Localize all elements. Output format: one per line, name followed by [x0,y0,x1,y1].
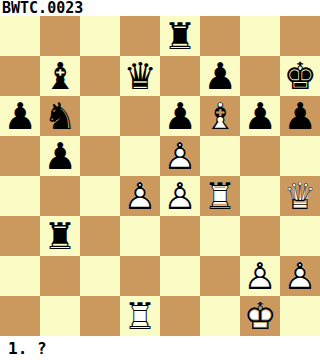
square-a1[interactable] [0,296,40,336]
square-c6[interactable] [80,96,120,136]
square-d7[interactable]: ♛ [120,56,160,96]
square-f3[interactable] [200,216,240,256]
white-rook: ♜♖ [120,296,160,336]
square-a7[interactable] [0,56,40,96]
black-pawn: ♟ [40,136,80,176]
square-b4[interactable] [40,176,80,216]
square-c3[interactable] [80,216,120,256]
square-f6[interactable]: ♝♗ [200,96,240,136]
square-a8[interactable] [0,16,40,56]
square-h6[interactable]: ♟ [280,96,320,136]
square-e8[interactable]: ♜ [160,16,200,56]
white-pawn: ♟♙ [280,256,320,296]
square-b5[interactable]: ♟ [40,136,80,176]
square-d4[interactable]: ♟♙ [120,176,160,216]
square-c4[interactable] [80,176,120,216]
square-d6[interactable] [120,96,160,136]
square-b2[interactable] [40,256,80,296]
black-king: ♚ [280,56,320,96]
white-pawn: ♟♙ [160,176,200,216]
black-pawn: ♟ [200,56,240,96]
square-g1[interactable]: ♚♔ [240,296,280,336]
white-pawn: ♟♙ [240,256,280,296]
puzzle-id-label: BWTC.0023 [0,0,320,16]
square-g8[interactable] [240,16,280,56]
square-f7[interactable]: ♟ [200,56,240,96]
square-e7[interactable] [160,56,200,96]
white-king: ♚♔ [240,296,280,336]
square-c5[interactable] [80,136,120,176]
square-b8[interactable] [40,16,80,56]
square-d8[interactable] [120,16,160,56]
square-h1[interactable] [280,296,320,336]
square-a5[interactable] [0,136,40,176]
black-queen: ♛ [120,56,160,96]
square-h8[interactable] [280,16,320,56]
square-e4[interactable]: ♟♙ [160,176,200,216]
square-f8[interactable] [200,16,240,56]
square-f2[interactable] [200,256,240,296]
square-c1[interactable] [80,296,120,336]
square-e3[interactable] [160,216,200,256]
square-d5[interactable] [120,136,160,176]
square-g4[interactable] [240,176,280,216]
black-rook: ♜ [40,216,80,256]
white-pawn: ♟♙ [120,176,160,216]
square-c2[interactable] [80,256,120,296]
black-rook: ♜ [160,16,200,56]
black-pawn: ♟ [0,96,40,136]
square-d3[interactable] [120,216,160,256]
square-h2[interactable]: ♟♙ [280,256,320,296]
square-h3[interactable] [280,216,320,256]
square-e5[interactable]: ♟♙ [160,136,200,176]
square-b7[interactable]: ♝ [40,56,80,96]
white-queen: ♛♕ [280,176,320,216]
square-e1[interactable] [160,296,200,336]
white-bishop: ♝♗ [200,96,240,136]
white-rook: ♜♖ [200,176,240,216]
square-f5[interactable] [200,136,240,176]
square-h5[interactable] [280,136,320,176]
square-b1[interactable] [40,296,80,336]
black-pawn: ♟ [240,96,280,136]
square-a4[interactable] [0,176,40,216]
square-c7[interactable] [80,56,120,96]
black-bishop: ♝ [40,56,80,96]
square-e2[interactable] [160,256,200,296]
square-g5[interactable] [240,136,280,176]
square-a3[interactable] [0,216,40,256]
square-d1[interactable]: ♜♖ [120,296,160,336]
square-g3[interactable] [240,216,280,256]
white-pawn: ♟♙ [160,136,200,176]
square-e6[interactable]: ♟ [160,96,200,136]
move-prompt: 1. ? [0,336,320,360]
square-f4[interactable]: ♜♖ [200,176,240,216]
square-g7[interactable] [240,56,280,96]
square-b6[interactable]: ♞ [40,96,80,136]
square-c8[interactable] [80,16,120,56]
square-a2[interactable] [0,256,40,296]
square-b3[interactable]: ♜ [40,216,80,256]
square-f1[interactable] [200,296,240,336]
black-pawn: ♟ [160,96,200,136]
square-h7[interactable]: ♚ [280,56,320,96]
black-knight: ♞ [40,96,80,136]
black-pawn: ♟ [280,96,320,136]
square-g6[interactable]: ♟ [240,96,280,136]
square-g2[interactable]: ♟♙ [240,256,280,296]
chess-board: ♜♝♛♟♚♟♞♟♝♗♟♟♟♟♙♟♙♟♙♜♖♛♕♜♟♙♟♙♜♖♚♔ [0,16,320,336]
square-d2[interactable] [120,256,160,296]
square-a6[interactable]: ♟ [0,96,40,136]
square-h4[interactable]: ♛♕ [280,176,320,216]
